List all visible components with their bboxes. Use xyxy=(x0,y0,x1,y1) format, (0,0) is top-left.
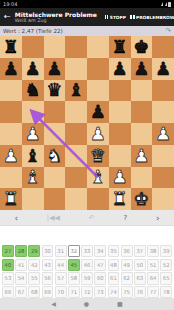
square-e7[interactable] xyxy=(87,58,109,80)
wifi-icon xyxy=(161,2,163,6)
white-king: ♚ xyxy=(133,190,149,208)
nav-home-icon[interactable]: ● xyxy=(84,298,89,310)
square-b8[interactable] xyxy=(22,36,44,58)
square-h1[interactable] xyxy=(152,188,174,210)
problem-tile-75[interactable]: 75 xyxy=(121,286,133,298)
square-h8[interactable] xyxy=(152,36,174,58)
problem-tile-71[interactable]: 71 xyxy=(68,286,80,298)
black-pawn: ♟ xyxy=(155,60,171,78)
square-f1[interactable]: ♜ xyxy=(109,188,131,210)
problem-tile-49[interactable]: 49 xyxy=(121,259,133,271)
problem-tile-31[interactable]: 31 xyxy=(55,245,67,257)
problem-tile-77[interactable]: 77 xyxy=(147,286,159,298)
problem-tile-34[interactable]: 34 xyxy=(94,245,106,257)
square-e3[interactable]: ♛ xyxy=(87,145,109,167)
problem-tile-29[interactable]: 29 xyxy=(28,245,40,257)
square-h7[interactable]: ♟ xyxy=(152,58,174,80)
square-h6[interactable] xyxy=(152,80,174,102)
content-gap xyxy=(0,226,174,244)
problem-tile-66[interactable]: 66 xyxy=(2,286,14,298)
white-pawn: ♟ xyxy=(112,168,128,186)
move-toolbar: ‹|◀◀↶?› xyxy=(0,210,174,226)
square-g8[interactable]: ♚ xyxy=(131,36,153,58)
square-f7[interactable]: ♟ xyxy=(109,58,131,80)
back-arrow-icon[interactable]: ← xyxy=(4,8,11,26)
signal-icon xyxy=(165,2,167,6)
problem-tile-59[interactable]: 59 xyxy=(81,272,93,284)
black-queen: ♛ xyxy=(46,81,62,99)
white-pawn: ♟ xyxy=(133,147,149,165)
problem-tile-63[interactable]: 63 xyxy=(134,272,146,284)
undo-button: ↶ xyxy=(89,210,95,226)
problem-tile-72[interactable]: 72 xyxy=(81,286,93,298)
square-d3[interactable] xyxy=(65,145,87,167)
problem-tile-33[interactable]: 33 xyxy=(81,245,93,257)
problem-browser-button[interactable]: PROBLEMBROWSER xyxy=(130,15,174,20)
problem-tile-27[interactable]: 27 xyxy=(2,245,14,257)
black-pawn: ♟ xyxy=(90,103,106,121)
problem-tile-65[interactable]: 65 xyxy=(160,272,172,284)
black-bishop: ♝ xyxy=(68,81,84,99)
problem-tile-74[interactable]: 74 xyxy=(108,286,120,298)
next-move-button[interactable]: › xyxy=(156,210,160,226)
problem-tile-41[interactable]: 41 xyxy=(15,259,27,271)
problem-tile-69[interactable]: 69 xyxy=(42,286,54,298)
chess-board[interactable]: ♜♜♚♟♟♟♟♟♟♞♛♝♟♟♟♟♟♝♞♛♟♝♝♟♜♜♚ xyxy=(0,36,174,210)
square-b2[interactable]: ♝ xyxy=(22,167,44,189)
black-bishop: ♝ xyxy=(25,147,41,165)
problem-tile-67[interactable]: 67 xyxy=(15,286,27,298)
square-a7[interactable]: ♟ xyxy=(0,58,22,80)
problem-tile-36[interactable]: 36 xyxy=(121,245,133,257)
hint-button[interactable]: ? xyxy=(123,210,127,226)
square-a4[interactable] xyxy=(0,123,22,145)
square-a5[interactable] xyxy=(0,101,22,123)
black-pawn: ♟ xyxy=(112,60,128,78)
square-c8[interactable] xyxy=(44,36,66,58)
square-d7[interactable] xyxy=(65,58,87,80)
square-d6[interactable]: ♝ xyxy=(65,80,87,102)
square-b6[interactable]: ♞ xyxy=(22,80,44,102)
problem-tile-40[interactable]: 40 xyxy=(2,259,14,271)
white-rook: ♜ xyxy=(3,190,19,208)
square-e8[interactable] xyxy=(87,36,109,58)
square-a2[interactable] xyxy=(0,167,22,189)
square-b3[interactable]: ♝ xyxy=(22,145,44,167)
status-bar: 19:04 xyxy=(0,0,174,8)
stop-button-label: STOPP xyxy=(110,15,126,20)
problem-row: 40414243444546474849505152 xyxy=(2,259,174,271)
problem-tile-28[interactable]: 28 xyxy=(15,245,27,257)
square-d2[interactable] xyxy=(65,167,87,189)
square-g4[interactable] xyxy=(131,123,153,145)
problem-tile-53[interactable]: 53 xyxy=(2,272,14,284)
square-e1[interactable] xyxy=(87,188,109,210)
problem-tile-47[interactable]: 47 xyxy=(94,259,106,271)
problem-tile-73[interactable]: 73 xyxy=(94,286,106,298)
black-knight: ♞ xyxy=(25,81,41,99)
problem-tile-38[interactable]: 38 xyxy=(147,245,159,257)
problem-tile-50[interactable]: 50 xyxy=(134,259,146,271)
problem-row: 27282930313233343536373839 xyxy=(2,245,174,257)
square-d4[interactable] xyxy=(65,123,87,145)
chess-board-wrap: ♜♜♚♟♟♟♟♟♟♞♛♝♟♟♟♟♟♝♞♛♟♝♝♟♜♜♚ xyxy=(0,36,174,210)
square-c2[interactable] xyxy=(44,167,66,189)
problem-tile-45[interactable]: 45 xyxy=(68,259,80,271)
white-queen: ♛ xyxy=(90,147,106,165)
app-bar: ← Mittelschwere Probleme Weiß am Zug STO… xyxy=(0,8,174,26)
square-d5[interactable] xyxy=(65,101,87,123)
engine-eval-bar: Wert : 2,47 (Tiefe 22) ↷ xyxy=(0,26,174,36)
pause-icon xyxy=(105,15,108,20)
square-a1[interactable]: ♜ xyxy=(0,188,22,210)
problem-number-grid: 2728293031323334353637383940414243444546… xyxy=(0,244,174,298)
square-g5[interactable] xyxy=(131,101,153,123)
problem-tile-58[interactable]: 58 xyxy=(68,272,80,284)
square-f5[interactable] xyxy=(109,101,131,123)
square-c5[interactable] xyxy=(44,101,66,123)
problem-tile-37[interactable]: 37 xyxy=(134,245,146,257)
page-title: Mittelschwere Probleme xyxy=(15,11,97,18)
square-f6[interactable] xyxy=(109,80,131,102)
square-h3[interactable] xyxy=(152,145,174,167)
problem-tile-54[interactable]: 54 xyxy=(15,272,27,284)
square-c1[interactable] xyxy=(44,188,66,210)
square-c4[interactable] xyxy=(44,123,66,145)
problem-tile-64[interactable]: 64 xyxy=(147,272,159,284)
square-d8[interactable] xyxy=(65,36,87,58)
square-a8[interactable]: ♜ xyxy=(0,36,22,58)
square-g3[interactable]: ♟ xyxy=(131,145,153,167)
problem-tile-78[interactable]: 78 xyxy=(160,286,172,298)
white-pawn: ♟ xyxy=(25,125,41,143)
problem-tile-48[interactable]: 48 xyxy=(108,259,120,271)
app-screen: 19:04 ← Mittelschwere Probleme Weiß am Z… xyxy=(0,0,174,310)
square-b4[interactable]: ♟ xyxy=(22,123,44,145)
white-rook: ♜ xyxy=(112,190,128,208)
square-f4[interactable] xyxy=(109,123,131,145)
problem-tile-43[interactable]: 43 xyxy=(42,259,54,271)
square-e2[interactable]: ♝ xyxy=(87,167,109,189)
square-d1[interactable] xyxy=(65,188,87,210)
black-pawn: ♟ xyxy=(25,60,41,78)
clock-time: 19:04 xyxy=(3,0,17,8)
battery-icon xyxy=(168,2,171,7)
square-e6[interactable] xyxy=(87,80,109,102)
stop-button[interactable]: STOPP xyxy=(105,15,126,20)
title-block: Mittelschwere Probleme Weiß am Zug xyxy=(15,11,97,24)
square-g2[interactable] xyxy=(131,167,153,189)
problem-tile-35[interactable]: 35 xyxy=(108,245,120,257)
square-c7[interactable]: ♟ xyxy=(44,58,66,80)
square-b7[interactable]: ♟ xyxy=(22,58,44,80)
square-a3[interactable]: ♟ xyxy=(0,145,22,167)
problem-browser-label: PROBLEMBROWSER xyxy=(136,15,174,20)
problem-tile-56[interactable]: 56 xyxy=(42,272,54,284)
square-f2[interactable]: ♟ xyxy=(109,167,131,189)
square-b1[interactable] xyxy=(22,188,44,210)
black-rook: ♜ xyxy=(112,38,128,56)
square-b5[interactable] xyxy=(22,101,44,123)
grid-icon xyxy=(130,15,135,20)
square-e4[interactable]: ♟ xyxy=(87,123,109,145)
square-h4[interactable]: ♟ xyxy=(152,123,174,145)
black-king: ♚ xyxy=(133,38,149,56)
white-pawn: ♟ xyxy=(3,147,19,165)
problem-tile-52[interactable]: 52 xyxy=(160,259,172,271)
white-pawn: ♟ xyxy=(90,125,106,143)
black-pawn: ♟ xyxy=(133,60,149,78)
square-g7[interactable]: ♟ xyxy=(131,58,153,80)
white-pawn: ♟ xyxy=(155,125,171,143)
eval-text: Wert : 2,47 (Tiefe 22) xyxy=(3,28,63,34)
problem-tile-62[interactable]: 62 xyxy=(121,272,133,284)
problem-tile-32[interactable]: 32 xyxy=(68,245,80,257)
problem-tile-42[interactable]: 42 xyxy=(28,259,40,271)
square-g6[interactable] xyxy=(131,80,153,102)
problem-tile-39[interactable]: 39 xyxy=(160,245,172,257)
problem-tile-55[interactable]: 55 xyxy=(28,272,40,284)
problem-row: 53545556575859606162636465 xyxy=(2,272,174,284)
redo-arrow-icon[interactable]: ↷ xyxy=(165,26,171,36)
square-a6[interactable] xyxy=(0,80,22,102)
black-rook: ♜ xyxy=(3,38,19,56)
white-bishop: ♝ xyxy=(25,168,41,186)
square-h5[interactable] xyxy=(152,101,174,123)
prev-move-button[interactable]: ‹ xyxy=(14,210,18,226)
problem-tile-46[interactable]: 46 xyxy=(81,259,93,271)
skip-to-start-button: |◀◀ xyxy=(47,210,60,226)
black-pawn: ♟ xyxy=(46,60,62,78)
square-f3[interactable] xyxy=(109,145,131,167)
problem-tile-57[interactable]: 57 xyxy=(55,272,67,284)
problem-tile-30[interactable]: 30 xyxy=(42,245,54,257)
square-c6[interactable]: ♛ xyxy=(44,80,66,102)
square-g1[interactable]: ♚ xyxy=(131,188,153,210)
turn-indicator: Weiß am Zug xyxy=(15,18,97,24)
white-knight: ♞ xyxy=(46,147,62,165)
square-c3[interactable]: ♞ xyxy=(44,145,66,167)
white-bishop: ♝ xyxy=(90,168,106,186)
problem-tile-70[interactable]: 70 xyxy=(55,286,67,298)
problem-tile-51[interactable]: 51 xyxy=(147,259,159,271)
black-pawn: ♟ xyxy=(3,60,19,78)
nav-recents-icon[interactable]: ■ xyxy=(117,298,123,310)
square-h2[interactable] xyxy=(152,167,174,189)
problem-tile-68[interactable]: 68 xyxy=(28,286,40,298)
problem-tile-61[interactable]: 61 xyxy=(108,272,120,284)
status-icons xyxy=(161,2,171,7)
android-nav-bar: ◀ ● ■ xyxy=(0,298,174,310)
problem-tile-60[interactable]: 60 xyxy=(94,272,106,284)
problem-tile-76[interactable]: 76 xyxy=(134,286,146,298)
square-e5[interactable]: ♟ xyxy=(87,101,109,123)
square-f8[interactable]: ♜ xyxy=(109,36,131,58)
nav-back-icon[interactable]: ◀ xyxy=(51,298,56,310)
problem-tile-44[interactable]: 44 xyxy=(55,259,67,271)
problem-row: 66676869707172737475767778 xyxy=(2,286,174,298)
